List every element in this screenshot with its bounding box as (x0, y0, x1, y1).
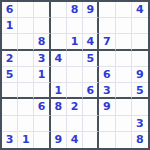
sudoku-cell-r3c8[interactable] (116, 34, 132, 50)
sudoku-cell-r9c7[interactable] (99, 132, 115, 148)
sudoku-cell-r8c4[interactable] (51, 116, 67, 132)
sudoku-cell-r3c5[interactable]: 1 (67, 34, 83, 50)
sudoku-cell-r5c8[interactable] (116, 67, 132, 83)
sudoku-cell-r4c8[interactable] (116, 51, 132, 67)
sudoku-cell-r6c4[interactable]: 1 (51, 83, 67, 99)
sudoku-cell-r2c5[interactable] (67, 18, 83, 34)
sudoku-cell-r4c5[interactable] (67, 51, 83, 67)
sudoku-cell-r2c4[interactable] (51, 18, 67, 34)
sudoku-cell-r9c5[interactable]: 4 (67, 132, 83, 148)
sudoku-cell-r7c1[interactable] (2, 99, 18, 115)
sudoku-cell-r8c6[interactable] (83, 116, 99, 132)
sudoku-cell-r6c1[interactable] (2, 83, 18, 99)
sudoku-cell-r1c7[interactable] (99, 2, 115, 18)
sudoku-cell-r9c6[interactable] (83, 132, 99, 148)
sudoku-cell-r6c2[interactable] (18, 83, 34, 99)
sudoku-cell-r4c7[interactable] (99, 51, 115, 67)
sudoku-cell-r8c5[interactable] (67, 116, 83, 132)
sudoku-cell-r2c7[interactable] (99, 18, 115, 34)
sudoku-cell-r1c3[interactable] (34, 2, 50, 18)
sudoku-cell-r6c5[interactable] (67, 83, 83, 99)
sudoku-cell-r5c7[interactable]: 6 (99, 67, 115, 83)
sudoku-board: 6894181472345516916356829331948 (0, 0, 150, 150)
sudoku-cell-r2c1[interactable]: 1 (2, 18, 18, 34)
sudoku-cell-r9c3[interactable] (34, 132, 50, 148)
sudoku-cell-r5c3[interactable]: 1 (34, 67, 50, 83)
sudoku-cell-r1c1[interactable]: 6 (2, 2, 18, 18)
sudoku-cell-r8c1[interactable] (2, 116, 18, 132)
sudoku-cell-r5c5[interactable] (67, 67, 83, 83)
sudoku-cell-r3c7[interactable]: 7 (99, 34, 115, 50)
sudoku-cell-r6c7[interactable]: 3 (99, 83, 115, 99)
sudoku-cell-r5c2[interactable] (18, 67, 34, 83)
sudoku-cell-r6c9[interactable]: 5 (132, 83, 148, 99)
sudoku-cell-r7c9[interactable] (132, 99, 148, 115)
sudoku-cell-r3c6[interactable]: 4 (83, 34, 99, 50)
sudoku-cell-r3c4[interactable] (51, 34, 67, 50)
sudoku-cell-r4c1[interactable]: 2 (2, 51, 18, 67)
sudoku-cell-r2c9[interactable] (132, 18, 148, 34)
sudoku-cell-r7c3[interactable]: 6 (34, 99, 50, 115)
sudoku-cell-r8c9[interactable]: 3 (132, 116, 148, 132)
sudoku-cell-r9c8[interactable] (116, 132, 132, 148)
sudoku-cell-r8c2[interactable] (18, 116, 34, 132)
sudoku-cell-r1c5[interactable]: 8 (67, 2, 83, 18)
sudoku-cell-r7c7[interactable]: 9 (99, 99, 115, 115)
sudoku-cell-r9c9[interactable]: 8 (132, 132, 148, 148)
sudoku-cell-r5c4[interactable] (51, 67, 67, 83)
sudoku-cell-r1c8[interactable] (116, 2, 132, 18)
sudoku-cell-r1c4[interactable] (51, 2, 67, 18)
sudoku-cell-r6c8[interactable] (116, 83, 132, 99)
sudoku-cell-r4c3[interactable]: 3 (34, 51, 50, 67)
sudoku-cell-r5c6[interactable] (83, 67, 99, 83)
sudoku-cell-r8c3[interactable] (34, 116, 50, 132)
sudoku-cell-r2c2[interactable] (18, 18, 34, 34)
sudoku-cell-r9c4[interactable]: 9 (51, 132, 67, 148)
sudoku-cell-r9c1[interactable]: 3 (2, 132, 18, 148)
sudoku-cell-r3c1[interactable] (2, 34, 18, 50)
sudoku-cell-r4c9[interactable] (132, 51, 148, 67)
sudoku-cell-r2c3[interactable] (34, 18, 50, 34)
sudoku-cell-r1c9[interactable]: 4 (132, 2, 148, 18)
sudoku-cell-r4c6[interactable]: 5 (83, 51, 99, 67)
sudoku-cell-r8c8[interactable] (116, 116, 132, 132)
sudoku-cell-r9c2[interactable]: 1 (18, 132, 34, 148)
sudoku-cell-r2c8[interactable] (116, 18, 132, 34)
sudoku-cell-r6c3[interactable] (34, 83, 50, 99)
sudoku-cell-r5c1[interactable]: 5 (2, 67, 18, 83)
sudoku-cell-r7c6[interactable] (83, 99, 99, 115)
sudoku-cell-r7c4[interactable]: 8 (51, 99, 67, 115)
sudoku-cell-r1c6[interactable]: 9 (83, 2, 99, 18)
sudoku-cell-r1c2[interactable] (18, 2, 34, 18)
sudoku-cell-r6c6[interactable]: 6 (83, 83, 99, 99)
sudoku-cell-r3c9[interactable] (132, 34, 148, 50)
sudoku-cell-r5c9[interactable]: 9 (132, 67, 148, 83)
sudoku-cell-r7c5[interactable]: 2 (67, 99, 83, 115)
sudoku-cell-r4c4[interactable]: 4 (51, 51, 67, 67)
sudoku-cell-r7c2[interactable] (18, 99, 34, 115)
sudoku-cell-r3c2[interactable] (18, 34, 34, 50)
sudoku-cell-r7c8[interactable] (116, 99, 132, 115)
sudoku-cell-r8c7[interactable] (99, 116, 115, 132)
sudoku-cell-r2c6[interactable] (83, 18, 99, 34)
sudoku-cell-r4c2[interactable] (18, 51, 34, 67)
sudoku-cell-r3c3[interactable]: 8 (34, 34, 50, 50)
